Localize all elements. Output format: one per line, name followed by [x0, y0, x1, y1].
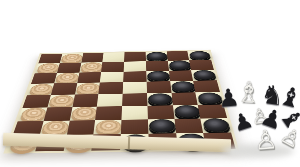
board-cell-r5c7[interactable]: [171, 92, 198, 105]
board-cell-r6c2[interactable]: [43, 107, 72, 121]
board-fold-seam: [128, 136, 130, 149]
board-cell-r4c5[interactable]: [123, 82, 147, 94]
dark-checker[interactable]: [193, 70, 217, 81]
board-cell-r1c4[interactable]: [103, 52, 125, 62]
board-cell-r6c7[interactable]: [173, 105, 201, 119]
board-cell-r1c5[interactable]: [124, 52, 146, 62]
board-cell-r2c3[interactable]: [79, 62, 102, 72]
dark-checker[interactable]: [149, 119, 176, 133]
board-cell-r4c7[interactable]: [170, 81, 196, 93]
board-cell-r4c6[interactable]: [146, 81, 171, 93]
board-cell-r3c8[interactable]: [191, 70, 217, 81]
board-cell-r4c8[interactable]: [193, 80, 220, 92]
board-cell-r7c5[interactable]: [121, 119, 148, 134]
board-cell-r7c4[interactable]: [94, 120, 122, 135]
dark-checker[interactable]: [147, 52, 168, 61]
board-cell-r7c8[interactable]: [200, 118, 231, 133]
board-cell-r2c4[interactable]: [101, 62, 124, 72]
board-cell-r6c4[interactable]: [95, 106, 122, 120]
board-cell-r3c4[interactable]: [100, 72, 124, 83]
board-cell-r6c6[interactable]: [147, 105, 174, 119]
board-cell-r3c6[interactable]: [146, 71, 170, 82]
light-checker[interactable]: [49, 95, 75, 107]
board-cell-r5c5[interactable]: [122, 93, 147, 106]
board-cell-r5c4[interactable]: [97, 94, 123, 107]
board-cell-r2c5[interactable]: [124, 61, 146, 71]
board-cell-r1c7[interactable]: [166, 51, 189, 61]
light-checker[interactable]: [55, 73, 79, 84]
board-cell-r1c8[interactable]: [187, 51, 211, 61]
board-cell-r2c6[interactable]: [146, 61, 169, 71]
dark-checker[interactable]: [202, 118, 231, 132]
board-cell-r5c6[interactable]: [147, 93, 173, 106]
board-cell-r2c1[interactable]: [35, 63, 60, 73]
photo-stage: ♟♗♞♝♙♟♟♝♙♙: [0, 0, 300, 167]
dark-checker[interactable]: [174, 105, 201, 118]
dark-checker[interactable]: [148, 93, 172, 105]
board-cell-r4c2[interactable]: [51, 83, 77, 95]
light-checker[interactable]: [76, 83, 100, 94]
light-checker[interactable]: [80, 62, 102, 72]
chess-piece-white-pawn-front[interactable]: ♙: [253, 126, 278, 154]
board-cell-r6c3[interactable]: [69, 106, 97, 120]
board-cell-r2c8[interactable]: [189, 60, 214, 70]
light-checker[interactable]: [41, 121, 69, 135]
board-cell-r3c7[interactable]: [169, 70, 194, 81]
dark-checker[interactable]: [169, 60, 192, 70]
board-cell-r4c4[interactable]: [99, 82, 124, 94]
board-cell-r6c5[interactable]: [121, 106, 147, 120]
board-cell-r3c3[interactable]: [77, 72, 101, 83]
board-cell-r5c3[interactable]: [72, 94, 98, 107]
board-cell-r5c2[interactable]: [47, 95, 74, 108]
board-cell-r2c2[interactable]: [57, 62, 81, 72]
light-checker[interactable]: [61, 53, 83, 62]
dark-checker[interactable]: [171, 81, 195, 92]
light-checker[interactable]: [95, 120, 121, 134]
board-cell-r4c3[interactable]: [75, 83, 100, 95]
board-cell-r7c3[interactable]: [66, 120, 95, 135]
board-cell-r3c5[interactable]: [123, 71, 146, 82]
dark-checker[interactable]: [189, 51, 211, 60]
light-checker[interactable]: [71, 107, 97, 120]
board-cell-r1c6[interactable]: [145, 51, 167, 61]
board-cell-r2c7[interactable]: [167, 60, 191, 70]
board-cell-r1c3[interactable]: [81, 53, 104, 63]
board-cell-r1c2[interactable]: [60, 53, 83, 63]
board-cell-r1c1[interactable]: [38, 54, 62, 64]
board-cell-r7c7[interactable]: [174, 118, 203, 133]
board-cell-r3c2[interactable]: [54, 72, 79, 83]
dark-checker[interactable]: [147, 71, 170, 82]
board-cell-r7c6[interactable]: [148, 119, 176, 134]
